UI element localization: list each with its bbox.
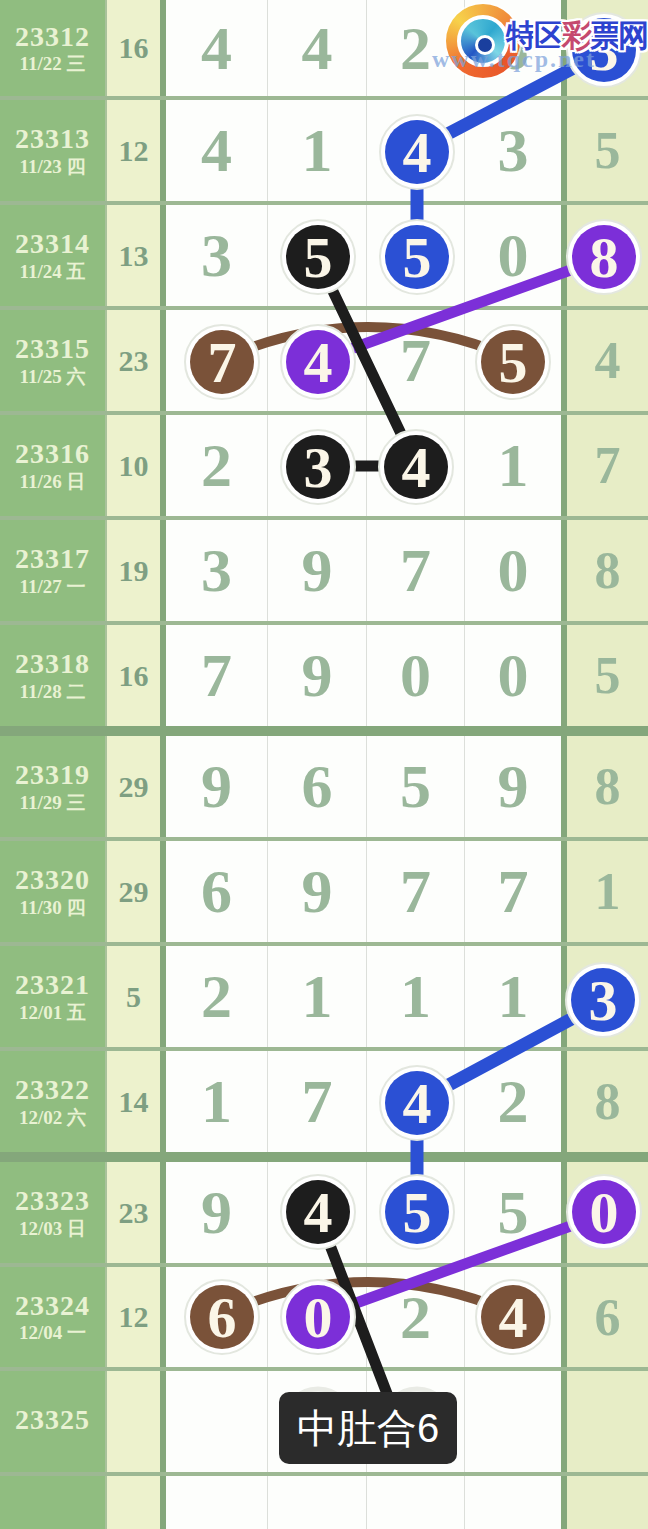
- table-row: 2331411/24 五 13 3 5 5 0 8: [0, 205, 648, 310]
- tail-value: 3: [567, 946, 648, 1047]
- digit-cell: [465, 1476, 567, 1529]
- digit-cell: 1: [465, 946, 567, 1047]
- draw-period: 23314: [15, 229, 90, 258]
- draw-period: 23323: [15, 1186, 90, 1215]
- tail-value: 8: [567, 1051, 648, 1152]
- digit-cell: 0: [268, 1267, 367, 1367]
- digit-cell: 7: [367, 310, 465, 411]
- digit-cell: 2: [166, 946, 268, 1047]
- prediction-label: 中肚合6: [279, 1392, 457, 1464]
- digit-cell: 5: [367, 736, 465, 837]
- digit-cell: 9: [166, 736, 268, 837]
- sum-value: 29: [107, 736, 166, 837]
- draw-period: 23315: [15, 334, 90, 363]
- chart-rows: 2331211/22 三 16 4 4 2 6 3 2331311/23 四 1…: [0, 0, 648, 1529]
- period-cell: 2331611/26 日: [0, 415, 107, 516]
- digit-cell: 4: [367, 100, 465, 201]
- digit-cell: [166, 1371, 268, 1472]
- table-row: 2331211/22 三 16 4 4 2 6 3: [0, 0, 648, 100]
- period-cell: 2332212/02 六: [0, 1051, 107, 1152]
- digit-cell: 2: [166, 415, 268, 516]
- digit-cell: 7: [367, 520, 465, 621]
- period-cell: 2331711/27 一: [0, 520, 107, 621]
- draw-date: 11/23 四: [20, 157, 86, 177]
- sum-value: 23: [107, 1162, 166, 1263]
- digit-cell: 0: [367, 625, 465, 726]
- digit-cell: 1: [166, 1051, 268, 1152]
- digit-cell: 4: [166, 0, 268, 96]
- digit-cell: 3: [268, 415, 367, 516]
- period-cell: 23325: [0, 1371, 107, 1472]
- digit-cell: 7: [166, 310, 268, 411]
- draw-date: 11/26 日: [20, 472, 86, 492]
- sum-value: 13: [107, 205, 166, 306]
- draw-period: 23312: [15, 22, 90, 51]
- table-row: 2332011/30 四 29 6 9 7 7 1: [0, 841, 648, 946]
- draw-date: 12/04 一: [19, 1323, 86, 1343]
- draw-period: 23324: [15, 1291, 90, 1320]
- draw-date: 12/02 六: [19, 1108, 86, 1128]
- tail-value: 5: [567, 100, 648, 201]
- digit-cell: 0: [465, 520, 567, 621]
- period-cell: 2331511/25 六: [0, 310, 107, 411]
- digit-cell: 6: [166, 841, 268, 942]
- draw-period: 23325: [15, 1405, 90, 1434]
- trend-chart: 2331211/22 三 16 4 4 2 6 3 2331311/23 四 1…: [0, 0, 648, 1529]
- draw-period: 23313: [15, 124, 90, 153]
- table-row: [0, 1476, 648, 1529]
- digit-cell: 7: [367, 841, 465, 942]
- table-row: 2331611/26 日 10 2 3 4 1 7: [0, 415, 648, 520]
- digit-cell: 4: [367, 415, 465, 516]
- draw-period: 23318: [15, 649, 90, 678]
- digit-cell: 0: [465, 625, 567, 726]
- tail-value: 3: [567, 0, 648, 96]
- sum-value: 12: [107, 100, 166, 201]
- sum-value: 23: [107, 310, 166, 411]
- digit-cell: 2: [367, 1267, 465, 1367]
- digit-cell: 9: [268, 841, 367, 942]
- digit-cell: 1: [367, 946, 465, 1047]
- table-row: 2332112/01 五 5 2 1 1 1 3: [0, 946, 648, 1051]
- digit-cell: 6: [465, 0, 567, 96]
- tail-value: 5: [567, 625, 648, 726]
- digit-cell: 2: [465, 1051, 567, 1152]
- digit-cell: 4: [268, 0, 367, 96]
- period-cell: 2332412/04 一: [0, 1267, 107, 1367]
- digit-cell: 9: [465, 736, 567, 837]
- digit-cell: 7: [166, 625, 268, 726]
- digit-cell: 7: [268, 1051, 367, 1152]
- draw-date: 11/25 六: [20, 367, 86, 387]
- period-cell: 2331311/23 四: [0, 100, 107, 201]
- table-row: 2331711/27 一 19 3 9 7 0 8: [0, 520, 648, 625]
- draw-date: 11/27 一: [20, 577, 86, 597]
- period-cell: 2331411/24 五: [0, 205, 107, 306]
- digit-cell: 4: [465, 1267, 567, 1367]
- period-cell: 2332312/03 日: [0, 1162, 107, 1263]
- draw-date: 12/01 五: [19, 1003, 86, 1023]
- tail-value: 1: [567, 841, 648, 942]
- tail-value: 6: [567, 1267, 648, 1367]
- table-row: 2332412/04 一 12 6 0 2 4 6: [0, 1267, 648, 1371]
- digit-cell: 5: [367, 205, 465, 306]
- sum-value: 19: [107, 520, 166, 621]
- draw-period: 23322: [15, 1075, 90, 1104]
- sum-value: 29: [107, 841, 166, 942]
- period-cell: [0, 1476, 107, 1529]
- tail-value: [567, 1371, 648, 1472]
- digit-cell: 3: [166, 520, 268, 621]
- digit-cell: 4: [268, 310, 367, 411]
- draw-date: 11/29 三: [20, 793, 86, 813]
- digit-cell: 0: [465, 205, 567, 306]
- draw-period: 23321: [15, 970, 90, 999]
- sum-value: 16: [107, 625, 166, 726]
- digit-cell: 1: [268, 100, 367, 201]
- draw-date: 11/30 四: [20, 898, 86, 918]
- digit-cell: 2: [367, 0, 465, 96]
- digit-cell: 1: [268, 946, 367, 1047]
- digit-cell: 7: [465, 841, 567, 942]
- period-cell: 2331811/28 二: [0, 625, 107, 726]
- tail-value: 8: [567, 205, 648, 306]
- draw-period: 23316: [15, 439, 90, 468]
- digit-cell: 1: [465, 415, 567, 516]
- sum-value: 14: [107, 1051, 166, 1152]
- draw-period: 23317: [15, 544, 90, 573]
- period-cell: 2332112/01 五: [0, 946, 107, 1047]
- digit-cell: 3: [465, 100, 567, 201]
- sum-value: 10: [107, 415, 166, 516]
- digit-cell: 6: [166, 1267, 268, 1367]
- digit-cell: 9: [166, 1162, 268, 1263]
- digit-cell: 5: [465, 310, 567, 411]
- table-row: 2331511/25 六 23 7 4 7 5 4: [0, 310, 648, 415]
- period-cell: 2332011/30 四: [0, 841, 107, 942]
- digit-cell: 3: [166, 205, 268, 306]
- table-row: 2331311/23 四 12 4 1 4 3 5: [0, 100, 648, 205]
- tail-value: 4: [567, 310, 648, 411]
- digit-cell: [166, 1476, 268, 1529]
- digit-cell: 4: [268, 1162, 367, 1263]
- draw-period: 23320: [15, 865, 90, 894]
- tail-value: 7: [567, 415, 648, 516]
- table-row: 2331811/28 二 16 7 9 0 0 5: [0, 625, 648, 736]
- table-row: 2331911/29 三 29 9 6 5 9 8: [0, 736, 648, 841]
- sum-value: [107, 1476, 166, 1529]
- digit-cell: 9: [268, 520, 367, 621]
- table-row: 2332212/02 六 14 1 7 4 2 8: [0, 1051, 648, 1162]
- digit-cell: 4: [166, 100, 268, 201]
- digit-cell: [268, 1476, 367, 1529]
- table-row: 2332312/03 日 23 9 4 5 5 0: [0, 1162, 648, 1267]
- digit-cell: 9: [268, 625, 367, 726]
- digit-cell: 4: [367, 1051, 465, 1152]
- draw-period: 23319: [15, 760, 90, 789]
- sum-value: 12: [107, 1267, 166, 1367]
- tail-value: 0: [567, 1162, 648, 1263]
- sum-value: 5: [107, 946, 166, 1047]
- draw-date: 11/24 五: [20, 262, 86, 282]
- draw-date: 11/28 二: [20, 682, 86, 702]
- sum-value: [107, 1371, 166, 1472]
- tail-value: 8: [567, 736, 648, 837]
- draw-date: 12/03 日: [19, 1219, 86, 1239]
- draw-date: 11/22 三: [20, 54, 86, 74]
- digit-cell: 6: [268, 736, 367, 837]
- digit-cell: [367, 1476, 465, 1529]
- tail-value: 8: [567, 520, 648, 621]
- digit-cell: 5: [465, 1162, 567, 1263]
- digit-cell: 5: [367, 1162, 465, 1263]
- digit-cell: 5: [268, 205, 367, 306]
- period-cell: 2331911/29 三: [0, 736, 107, 837]
- tail-value: [567, 1476, 648, 1529]
- sum-value: 16: [107, 0, 166, 96]
- period-cell: 2331211/22 三: [0, 0, 107, 96]
- digit-cell: [465, 1371, 567, 1472]
